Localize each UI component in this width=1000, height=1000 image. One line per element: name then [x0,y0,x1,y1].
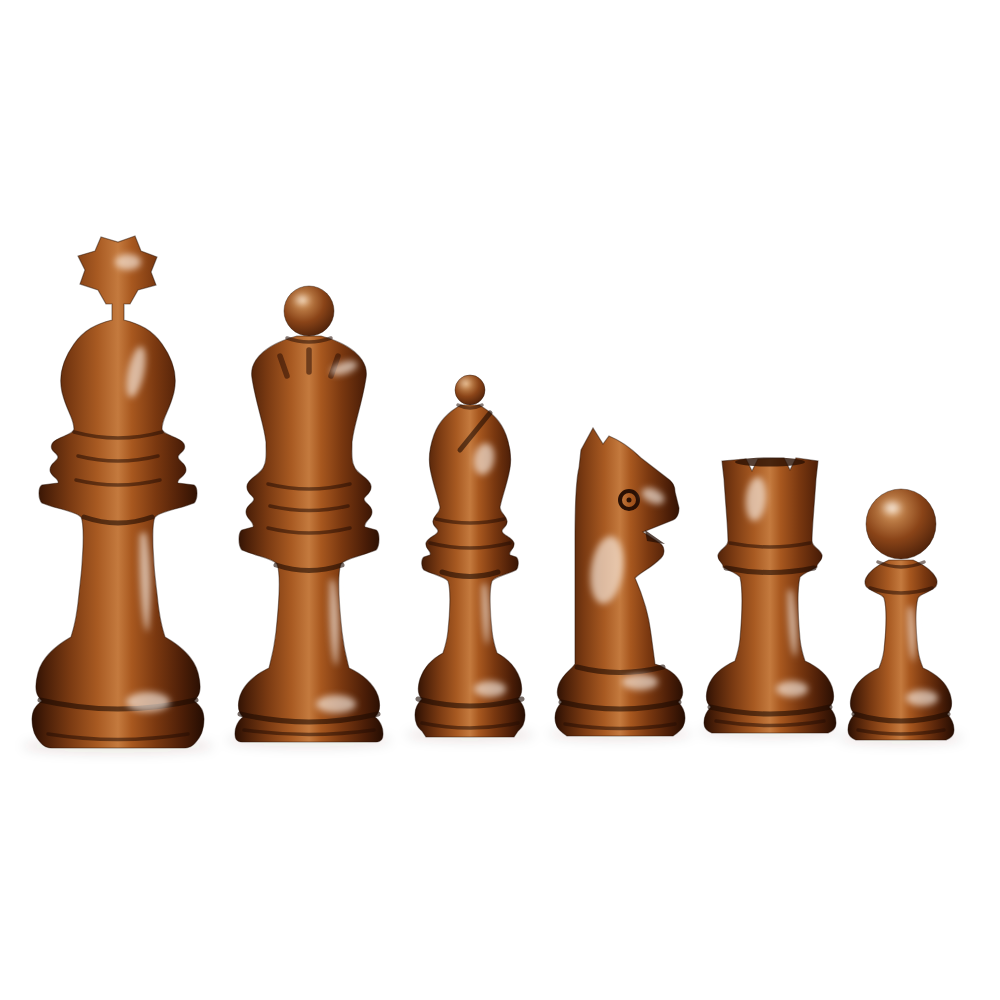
product-photo-canvas [0,0,1000,1000]
rook-piece [704,458,836,734]
chess-pieces-illustration [0,0,1000,1000]
bishop-knob-finial [455,375,485,405]
bishop-piece [415,375,525,737]
queen-silhouette [235,336,383,742]
pawn-silhouette [848,560,954,740]
bishop-silhouette [415,405,525,737]
knight-piece [555,428,685,736]
queen-ball-finial [284,286,334,336]
rook-turret-hollow [735,458,805,467]
pawn-ball-head [866,489,936,559]
rook-silhouette [704,458,836,733]
queen-piece [235,286,383,742]
king-piece [32,236,204,748]
pawn-piece [848,489,954,740]
king-silhouette [32,236,204,748]
